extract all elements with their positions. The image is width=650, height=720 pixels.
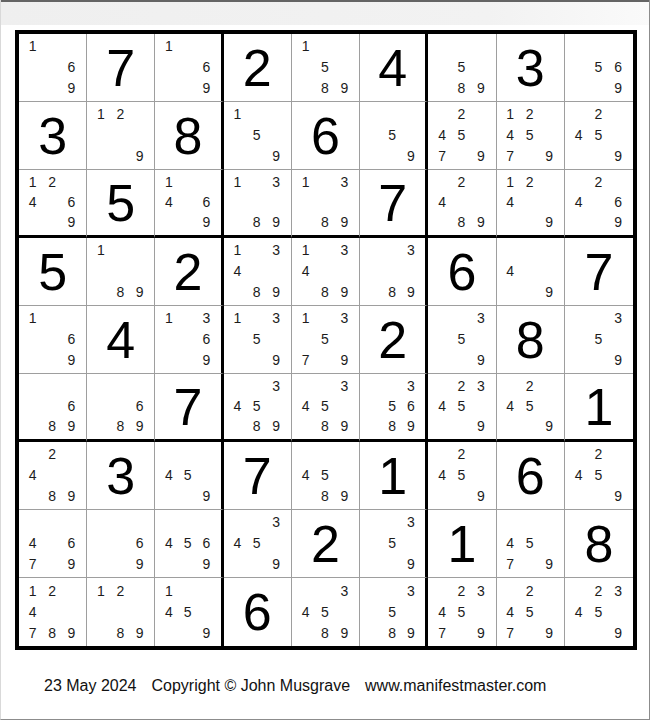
candidate-9: 9 <box>266 416 285 436</box>
candidate-5: 5 <box>247 329 266 350</box>
candidate-5: 5 <box>589 57 609 78</box>
candidate-9: 9 <box>471 145 490 166</box>
cell-r4c1[interactable]: 5 <box>19 238 87 306</box>
cell-r4c3[interactable]: 2 <box>155 238 223 306</box>
candidate-9: 9 <box>130 145 149 166</box>
cell-r4c5[interactable]: 13489 <box>292 238 360 306</box>
candidate-3: 3 <box>402 580 421 601</box>
candidate-4: 4 <box>228 396 247 416</box>
candidate-4: 4 <box>501 533 520 554</box>
candidate-4: 4 <box>23 192 42 212</box>
candidate-5: 5 <box>247 396 266 416</box>
candidate-5: 5 <box>247 533 266 554</box>
pencil-marks: 1369 <box>155 306 220 373</box>
cell-r2c7[interactable]: 24579 <box>428 102 496 170</box>
candidate-6: 6 <box>62 396 81 416</box>
candidate-9: 9 <box>197 349 216 370</box>
cell-r9c6[interactable]: 3589 <box>360 578 428 646</box>
cell-r3c9[interactable]: 2469 <box>565 170 633 238</box>
cell-r7c1[interactable]: 2489 <box>19 442 87 510</box>
candidate-5: 5 <box>520 533 539 554</box>
cell-r2c3[interactable]: 8 <box>155 102 223 170</box>
candidate-5: 5 <box>452 465 471 486</box>
cell-r3c5[interactable]: 1389 <box>292 170 360 238</box>
candidate-2: 2 <box>589 172 609 192</box>
candidate-9: 9 <box>335 622 354 643</box>
cell-r3c6[interactable]: 7 <box>360 170 428 238</box>
candidate-8: 8 <box>111 622 130 643</box>
cell-r7c9[interactable]: 2459 <box>565 442 633 510</box>
pencil-marks: 689 <box>87 374 154 439</box>
cell-r6c1[interactable]: 689 <box>19 374 87 442</box>
cell-r2c9[interactable]: 2459 <box>565 102 633 170</box>
candidate-9: 9 <box>197 485 216 506</box>
candidate-1: 1 <box>228 172 247 192</box>
pencil-marks: 2459 <box>565 442 633 509</box>
cell-r6c3[interactable]: 7 <box>155 374 223 442</box>
footer-copyright: Copyright © John Musgrave <box>152 677 351 695</box>
cell-r1c5[interactable]: 1589 <box>292 34 360 102</box>
candidate-4: 4 <box>159 533 178 554</box>
candidate-5: 5 <box>383 601 402 622</box>
solved-digit: 7 <box>565 238 633 305</box>
candidate-9: 9 <box>266 145 285 166</box>
candidate-9: 9 <box>335 212 354 232</box>
cell-r9c8[interactable]: 24579 <box>497 578 565 646</box>
candidate-9: 9 <box>539 212 558 232</box>
solved-digit: 8 <box>155 102 220 169</box>
candidate-9: 9 <box>402 145 421 166</box>
pencil-marks: 1469 <box>155 170 220 235</box>
cell-r2c8[interactable]: 124579 <box>497 102 565 170</box>
candidate-4: 4 <box>296 465 315 486</box>
solved-digit: 3 <box>19 102 86 169</box>
candidate-6: 6 <box>62 192 81 212</box>
cell-r1c9[interactable]: 569 <box>565 34 633 102</box>
pencil-marks: 589 <box>428 34 495 101</box>
cell-r4c8[interactable]: 49 <box>497 238 565 306</box>
cell-r3c7[interactable]: 2489 <box>428 170 496 238</box>
solved-digit: 8 <box>565 510 633 577</box>
candidate-5: 5 <box>178 465 197 486</box>
candidate-9: 9 <box>471 416 490 436</box>
candidate-9: 9 <box>608 485 628 506</box>
candidate-4: 4 <box>432 601 451 622</box>
cell-r5c9[interactable]: 359 <box>565 306 633 374</box>
candidate-4: 4 <box>501 261 520 282</box>
pencil-marks: 234579 <box>428 578 495 646</box>
candidate-3: 3 <box>335 172 354 192</box>
candidate-4: 4 <box>569 125 589 146</box>
solved-digit: 1 <box>360 442 425 509</box>
candidate-4: 4 <box>159 601 178 622</box>
pencil-marks: 24579 <box>497 578 564 646</box>
candidate-9: 9 <box>335 281 354 302</box>
pencil-marks: 1359 <box>224 306 291 373</box>
candidate-9: 9 <box>62 485 81 506</box>
cell-r8c2[interactable]: 69 <box>87 510 155 578</box>
footer: 23 May 2024 Copyright © John Musgrave ww… <box>44 677 546 695</box>
pencil-marks: 3459 <box>224 510 291 577</box>
cell-r4c6[interactable]: 389 <box>360 238 428 306</box>
candidate-6: 6 <box>62 533 81 554</box>
cell-r7c3[interactable]: 459 <box>155 442 223 510</box>
candidate-9: 9 <box>608 349 628 370</box>
candidate-9: 9 <box>130 416 149 436</box>
pencil-marks: 359 <box>565 306 633 373</box>
candidate-2: 2 <box>452 444 471 465</box>
candidate-2: 2 <box>589 444 609 465</box>
pencil-marks: 1589 <box>292 34 359 101</box>
candidate-3: 3 <box>266 240 285 261</box>
cell-r2c6[interactable]: 59 <box>360 102 428 170</box>
candidate-9: 9 <box>608 77 628 98</box>
cell-r9c4[interactable]: 6 <box>224 578 292 646</box>
candidate-9: 9 <box>471 485 490 506</box>
cell-r4c7[interactable]: 6 <box>428 238 496 306</box>
pencil-marks: 1389 <box>224 170 291 235</box>
pencil-marks: 59 <box>360 102 425 169</box>
footer-website: www.manifestmaster.com <box>365 677 546 695</box>
candidate-9: 9 <box>130 553 149 574</box>
cell-r1c6[interactable]: 4 <box>360 34 428 102</box>
candidate-2: 2 <box>452 172 471 192</box>
candidate-3: 3 <box>266 172 285 192</box>
candidate-8: 8 <box>315 212 334 232</box>
solved-digit: 2 <box>155 238 220 305</box>
candidate-9: 9 <box>335 416 354 436</box>
candidate-6: 6 <box>62 329 81 350</box>
candidate-5: 5 <box>589 601 609 622</box>
candidate-5: 5 <box>452 125 471 146</box>
candidate-1: 1 <box>228 308 247 329</box>
candidate-2: 2 <box>520 376 539 396</box>
cell-r6c5[interactable]: 34589 <box>292 374 360 442</box>
candidate-5: 5 <box>589 125 609 146</box>
candidate-5: 5 <box>315 465 334 486</box>
pencil-marks: 34589 <box>224 374 291 439</box>
cell-r5c8[interactable]: 8 <box>497 306 565 374</box>
candidate-9: 9 <box>62 622 81 643</box>
candidate-4: 4 <box>432 192 451 212</box>
candidate-9: 9 <box>266 212 285 232</box>
candidate-5: 5 <box>452 601 471 622</box>
cell-r1c1[interactable]: 169 <box>19 34 87 102</box>
candidate-9: 9 <box>197 77 216 98</box>
pencil-marks: 4589 <box>292 442 359 509</box>
cell-r7c8[interactable]: 6 <box>497 442 565 510</box>
pencil-marks: 24579 <box>428 102 495 169</box>
candidate-5: 5 <box>178 601 197 622</box>
pencil-marks: 1389 <box>292 170 359 235</box>
candidate-1: 1 <box>296 36 315 57</box>
cell-r2c5[interactable]: 6 <box>292 102 360 170</box>
pencil-marks: 124579 <box>497 102 564 169</box>
candidate-6: 6 <box>197 57 216 78</box>
pencil-marks: 34589 <box>292 578 359 646</box>
pencil-marks: 4569 <box>155 510 220 577</box>
candidate-5: 5 <box>383 533 402 554</box>
cell-r2c4[interactable]: 159 <box>224 102 292 170</box>
cell-r3c3[interactable]: 1469 <box>155 170 223 238</box>
cell-r2c2[interactable]: 129 <box>87 102 155 170</box>
candidate-5: 5 <box>589 465 609 486</box>
candidate-9: 9 <box>539 281 558 302</box>
cell-r6c4[interactable]: 34589 <box>224 374 292 442</box>
candidate-2: 2 <box>42 172 61 192</box>
candidate-3: 3 <box>471 376 490 396</box>
cell-r9c9[interactable]: 23459 <box>565 578 633 646</box>
cell-r3c1[interactable]: 12469 <box>19 170 87 238</box>
candidate-8: 8 <box>452 77 471 98</box>
candidate-3: 3 <box>608 308 628 329</box>
candidate-7: 7 <box>501 622 520 643</box>
candidate-2: 2 <box>111 104 130 125</box>
candidate-4: 4 <box>569 192 589 212</box>
candidate-1: 1 <box>23 580 42 601</box>
candidate-8: 8 <box>247 281 266 302</box>
candidate-3: 3 <box>471 580 490 601</box>
candidate-1: 1 <box>296 308 315 329</box>
candidate-5: 5 <box>520 396 539 416</box>
candidate-3: 3 <box>266 512 285 533</box>
cell-r8c1[interactable]: 4679 <box>19 510 87 578</box>
cell-r3c8[interactable]: 1249 <box>497 170 565 238</box>
pencil-marks: 4579 <box>497 510 564 577</box>
candidate-9: 9 <box>402 553 421 574</box>
candidate-5: 5 <box>315 601 334 622</box>
pencil-marks: 569 <box>565 34 633 101</box>
candidate-6: 6 <box>130 533 149 554</box>
candidate-4: 4 <box>159 192 178 212</box>
cell-r5c5[interactable]: 13579 <box>292 306 360 374</box>
solved-digit: 1 <box>428 510 495 577</box>
pencil-marks: 359 <box>428 306 495 373</box>
candidate-8: 8 <box>383 622 402 643</box>
candidate-9: 9 <box>471 212 490 232</box>
candidate-6: 6 <box>62 57 81 78</box>
cell-r6c8[interactable]: 2459 <box>497 374 565 442</box>
cell-r5c1[interactable]: 169 <box>19 306 87 374</box>
candidate-7: 7 <box>432 145 451 166</box>
candidate-9: 9 <box>539 416 558 436</box>
cell-r4c9[interactable]: 7 <box>565 238 633 306</box>
cell-r3c4[interactable]: 1389 <box>224 170 292 238</box>
candidate-5: 5 <box>452 396 471 416</box>
candidate-4: 4 <box>569 465 589 486</box>
candidate-8: 8 <box>315 622 334 643</box>
cell-r5c6[interactable]: 2 <box>360 306 428 374</box>
cell-r1c3[interactable]: 169 <box>155 34 223 102</box>
candidate-2: 2 <box>42 580 61 601</box>
candidate-1: 1 <box>23 36 42 57</box>
candidate-4: 4 <box>296 261 315 282</box>
cell-r7c6[interactable]: 1 <box>360 442 428 510</box>
candidate-5: 5 <box>452 329 471 350</box>
candidate-5: 5 <box>589 329 609 350</box>
cell-r5c3[interactable]: 1369 <box>155 306 223 374</box>
candidate-9: 9 <box>608 212 628 232</box>
pencil-marks: 2459 <box>428 442 495 509</box>
candidate-9: 9 <box>335 349 354 370</box>
candidate-9: 9 <box>539 622 558 643</box>
cell-r8c7[interactable]: 1 <box>428 510 496 578</box>
cell-r4c4[interactable]: 13489 <box>224 238 292 306</box>
candidate-9: 9 <box>62 212 81 232</box>
candidate-1: 1 <box>159 308 178 329</box>
pencil-marks: 23459 <box>565 578 633 646</box>
pencil-marks: 389 <box>360 238 425 305</box>
candidate-4: 4 <box>228 261 247 282</box>
candidate-3: 3 <box>197 308 216 329</box>
candidate-9: 9 <box>402 416 421 436</box>
candidate-4: 4 <box>432 396 451 416</box>
candidate-3: 3 <box>402 240 421 261</box>
candidate-5: 5 <box>315 329 334 350</box>
candidate-4: 4 <box>296 601 315 622</box>
cell-r3c2[interactable]: 5 <box>87 170 155 238</box>
candidate-5: 5 <box>452 57 471 78</box>
cell-r6c9[interactable]: 1 <box>565 374 633 442</box>
candidate-6: 6 <box>130 396 149 416</box>
cell-r8c6[interactable]: 359 <box>360 510 428 578</box>
pencil-marks: 35689 <box>360 374 425 439</box>
cell-r6c6[interactable]: 35689 <box>360 374 428 442</box>
cell-r6c2[interactable]: 689 <box>87 374 155 442</box>
cell-r9c1[interactable]: 124789 <box>19 578 87 646</box>
puzzle-page: 1697169215894589356931298159659245791245… <box>0 0 650 720</box>
cell-r5c7[interactable]: 359 <box>428 306 496 374</box>
candidate-9: 9 <box>471 77 490 98</box>
candidate-4: 4 <box>159 465 178 486</box>
cell-r7c2[interactable]: 3 <box>87 442 155 510</box>
pencil-marks: 69 <box>87 510 154 577</box>
solved-digit: 8 <box>497 306 564 373</box>
cell-r2c1[interactable]: 3 <box>19 102 87 170</box>
cell-r7c5[interactable]: 4589 <box>292 442 360 510</box>
candidate-6: 6 <box>197 192 216 212</box>
footer-date: 23 May 2024 <box>44 677 137 695</box>
candidate-2: 2 <box>589 580 609 601</box>
candidate-9: 9 <box>130 281 149 302</box>
cell-r8c9[interactable]: 8 <box>565 510 633 578</box>
candidate-9: 9 <box>539 553 558 574</box>
candidate-3: 3 <box>335 240 354 261</box>
candidate-5: 5 <box>383 125 402 146</box>
cell-r5c2[interactable]: 4 <box>87 306 155 374</box>
candidate-3: 3 <box>335 308 354 329</box>
candidate-1: 1 <box>159 36 178 57</box>
cell-r9c2[interactable]: 1289 <box>87 578 155 646</box>
candidate-7: 7 <box>23 553 42 574</box>
cell-r8c3[interactable]: 4569 <box>155 510 223 578</box>
candidate-3: 3 <box>608 580 628 601</box>
candidate-7: 7 <box>432 622 451 643</box>
cell-r5c4[interactable]: 1359 <box>224 306 292 374</box>
solved-digit: 1 <box>565 374 633 439</box>
cell-r8c5[interactable]: 2 <box>292 510 360 578</box>
candidate-8: 8 <box>111 416 130 436</box>
cell-r8c8[interactable]: 4579 <box>497 510 565 578</box>
candidate-7: 7 <box>23 622 42 643</box>
candidate-4: 4 <box>23 601 42 622</box>
cell-r6c7[interactable]: 23459 <box>428 374 496 442</box>
pencil-marks: 2459 <box>497 374 564 439</box>
pencil-marks: 2489 <box>428 170 495 235</box>
candidate-1: 1 <box>296 240 315 261</box>
candidate-9: 9 <box>266 553 285 574</box>
cell-r1c4[interactable]: 2 <box>224 34 292 102</box>
solved-digit: 7 <box>87 34 154 101</box>
pencil-marks: 359 <box>360 510 425 577</box>
solved-digit: 6 <box>224 578 291 646</box>
candidate-4: 4 <box>432 125 451 146</box>
cell-r9c3[interactable]: 1459 <box>155 578 223 646</box>
pencil-marks: 124789 <box>19 578 86 646</box>
solved-digit: 7 <box>360 170 425 235</box>
cell-r1c2[interactable]: 7 <box>87 34 155 102</box>
candidate-6: 6 <box>197 329 216 350</box>
candidate-9: 9 <box>471 349 490 370</box>
candidate-1: 1 <box>23 172 42 192</box>
candidate-8: 8 <box>452 212 471 232</box>
pencil-marks: 3589 <box>360 578 425 646</box>
candidate-9: 9 <box>471 622 490 643</box>
candidate-5: 5 <box>315 57 334 78</box>
cell-r9c5[interactable]: 34589 <box>292 578 360 646</box>
pencil-marks: 12469 <box>19 170 86 235</box>
solved-digit: 4 <box>87 306 154 373</box>
pencil-marks: 23459 <box>428 374 495 439</box>
cell-r9c7[interactable]: 234579 <box>428 578 496 646</box>
pencil-marks: 459 <box>155 442 220 509</box>
candidate-6: 6 <box>608 192 628 212</box>
pencil-marks: 2469 <box>565 170 633 235</box>
candidate-8: 8 <box>383 281 402 302</box>
candidate-2: 2 <box>589 104 609 125</box>
pencil-marks: 34589 <box>292 374 359 439</box>
cell-r7c4[interactable]: 7 <box>224 442 292 510</box>
cell-r8c4[interactable]: 3459 <box>224 510 292 578</box>
solved-digit: 2 <box>360 306 425 373</box>
candidate-4: 4 <box>501 125 520 146</box>
solved-digit: 4 <box>360 34 425 101</box>
candidate-2: 2 <box>111 580 130 601</box>
pencil-marks: 13489 <box>224 238 291 305</box>
cell-r7c7[interactable]: 2459 <box>428 442 496 510</box>
sudoku-board: 1697169215894589356931298159659245791245… <box>15 30 637 650</box>
candidate-9: 9 <box>197 553 216 574</box>
candidate-4: 4 <box>432 465 451 486</box>
candidate-2: 2 <box>520 580 539 601</box>
candidate-8: 8 <box>383 416 402 436</box>
candidate-8: 8 <box>111 281 130 302</box>
candidate-9: 9 <box>402 622 421 643</box>
pencil-marks: 169 <box>155 34 220 101</box>
pencil-marks: 49 <box>497 238 564 305</box>
pencil-marks: 159 <box>224 102 291 169</box>
cell-r4c2[interactable]: 189 <box>87 238 155 306</box>
candidate-5: 5 <box>315 396 334 416</box>
cell-r1c7[interactable]: 589 <box>428 34 496 102</box>
candidate-2: 2 <box>520 172 539 192</box>
candidate-9: 9 <box>266 281 285 302</box>
candidate-8: 8 <box>315 281 334 302</box>
solved-digit: 3 <box>497 34 564 101</box>
candidate-7: 7 <box>296 349 315 370</box>
solved-digit: 6 <box>428 238 495 305</box>
cell-r1c8[interactable]: 3 <box>497 34 565 102</box>
